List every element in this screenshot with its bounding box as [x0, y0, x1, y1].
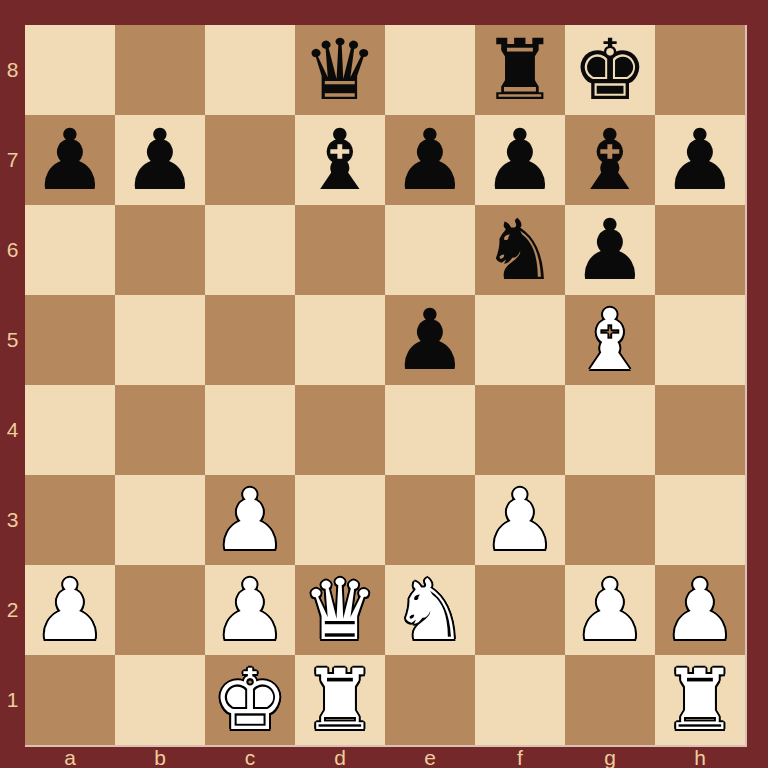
- square-f3[interactable]: ♟: [475, 475, 565, 565]
- square-a7[interactable]: ♟: [25, 115, 115, 205]
- rank-label-2: 2: [0, 565, 25, 655]
- rank-label-4: 4: [0, 385, 25, 475]
- square-g2[interactable]: ♟: [565, 565, 655, 655]
- square-h1[interactable]: ♜: [655, 655, 745, 745]
- square-c1[interactable]: ♚: [205, 655, 295, 745]
- file-label-d: d: [295, 747, 385, 768]
- piece-black-queen-d8[interactable]: ♛: [302, 25, 377, 115]
- square-e7[interactable]: ♟: [385, 115, 475, 205]
- square-c5[interactable]: [205, 295, 295, 385]
- square-a2[interactable]: ♟: [25, 565, 115, 655]
- square-d7[interactable]: ♝: [295, 115, 385, 205]
- square-e1[interactable]: [385, 655, 475, 745]
- file-label-g: g: [565, 747, 655, 768]
- piece-white-rook-h1[interactable]: ♜: [662, 655, 737, 745]
- piece-black-pawn-h7[interactable]: ♟: [662, 115, 737, 205]
- square-d5[interactable]: [295, 295, 385, 385]
- piece-black-bishop-d7[interactable]: ♝: [302, 115, 377, 205]
- piece-black-pawn-e7[interactable]: ♟: [392, 115, 467, 205]
- square-g7[interactable]: ♝: [565, 115, 655, 205]
- square-g3[interactable]: [565, 475, 655, 565]
- square-e3[interactable]: [385, 475, 475, 565]
- piece-black-pawn-a7[interactable]: ♟: [32, 115, 107, 205]
- chess-board: ♛♜♚♟♟♝♟♟♝♟♞♟♟♝♟♟♟♟♛♞♟♟♚♜♜: [25, 25, 747, 747]
- piece-black-knight-f6[interactable]: ♞: [482, 205, 557, 295]
- square-f4[interactable]: [475, 385, 565, 475]
- piece-white-bishop-g5[interactable]: ♝: [572, 295, 647, 385]
- piece-white-queen-d2[interactable]: ♛: [302, 565, 377, 655]
- piece-black-pawn-g6[interactable]: ♟: [572, 205, 647, 295]
- rank-label-7: 7: [0, 115, 25, 205]
- square-g1[interactable]: [565, 655, 655, 745]
- square-d4[interactable]: [295, 385, 385, 475]
- piece-white-knight-e2[interactable]: ♞: [392, 565, 467, 655]
- square-a8[interactable]: [25, 25, 115, 115]
- square-a1[interactable]: [25, 655, 115, 745]
- rank-label-1: 1: [0, 655, 25, 745]
- square-f2[interactable]: [475, 565, 565, 655]
- square-b6[interactable]: [115, 205, 205, 295]
- rank-label-5: 5: [0, 295, 25, 385]
- piece-white-pawn-f3[interactable]: ♟: [482, 475, 557, 565]
- square-a3[interactable]: [25, 475, 115, 565]
- piece-white-pawn-g2[interactable]: ♟: [572, 565, 647, 655]
- piece-white-pawn-c2[interactable]: ♟: [212, 565, 287, 655]
- piece-white-king-c1[interactable]: ♚: [212, 655, 287, 745]
- square-d1[interactable]: ♜: [295, 655, 385, 745]
- square-g4[interactable]: [565, 385, 655, 475]
- square-b4[interactable]: [115, 385, 205, 475]
- file-label-e: e: [385, 747, 475, 768]
- square-d3[interactable]: [295, 475, 385, 565]
- square-c8[interactable]: [205, 25, 295, 115]
- square-b1[interactable]: [115, 655, 205, 745]
- square-h7[interactable]: ♟: [655, 115, 745, 205]
- piece-black-pawn-f7[interactable]: ♟: [482, 115, 557, 205]
- square-c6[interactable]: [205, 205, 295, 295]
- square-f1[interactable]: [475, 655, 565, 745]
- square-h6[interactable]: [655, 205, 745, 295]
- square-b8[interactable]: [115, 25, 205, 115]
- square-b2[interactable]: [115, 565, 205, 655]
- square-b3[interactable]: [115, 475, 205, 565]
- square-h5[interactable]: [655, 295, 745, 385]
- square-f8[interactable]: ♜: [475, 25, 565, 115]
- square-f6[interactable]: ♞: [475, 205, 565, 295]
- square-c4[interactable]: [205, 385, 295, 475]
- piece-white-pawn-h2[interactable]: ♟: [662, 565, 737, 655]
- chess-board-frame: ♛♜♚♟♟♝♟♟♝♟♞♟♟♝♟♟♟♟♛♞♟♟♚♜♜ 87654321 abcde…: [0, 0, 768, 768]
- file-label-f: f: [475, 747, 565, 768]
- square-c2[interactable]: ♟: [205, 565, 295, 655]
- square-c7[interactable]: [205, 115, 295, 205]
- piece-black-rook-f8[interactable]: ♜: [482, 25, 557, 115]
- square-e5[interactable]: ♟: [385, 295, 475, 385]
- piece-black-bishop-g7[interactable]: ♝: [572, 115, 647, 205]
- square-f7[interactable]: ♟: [475, 115, 565, 205]
- square-h2[interactable]: ♟: [655, 565, 745, 655]
- square-h4[interactable]: [655, 385, 745, 475]
- square-d6[interactable]: [295, 205, 385, 295]
- square-c3[interactable]: ♟: [205, 475, 295, 565]
- square-h3[interactable]: [655, 475, 745, 565]
- piece-white-rook-d1[interactable]: ♜: [302, 655, 377, 745]
- rank-label-8: 8: [0, 25, 25, 115]
- file-label-c: c: [205, 747, 295, 768]
- square-a5[interactable]: [25, 295, 115, 385]
- square-h8[interactable]: [655, 25, 745, 115]
- square-d2[interactable]: ♛: [295, 565, 385, 655]
- square-e6[interactable]: [385, 205, 475, 295]
- square-f5[interactable]: [475, 295, 565, 385]
- piece-white-pawn-a2[interactable]: ♟: [32, 565, 107, 655]
- square-g5[interactable]: ♝: [565, 295, 655, 385]
- square-e4[interactable]: [385, 385, 475, 475]
- square-b7[interactable]: ♟: [115, 115, 205, 205]
- square-g8[interactable]: ♚: [565, 25, 655, 115]
- piece-black-pawn-b7[interactable]: ♟: [122, 115, 197, 205]
- square-e2[interactable]: ♞: [385, 565, 475, 655]
- file-label-a: a: [25, 747, 115, 768]
- square-d8[interactable]: ♛: [295, 25, 385, 115]
- square-g6[interactable]: ♟: [565, 205, 655, 295]
- square-e8[interactable]: [385, 25, 475, 115]
- piece-black-pawn-e5[interactable]: ♟: [392, 295, 467, 385]
- square-a6[interactable]: [25, 205, 115, 295]
- square-b5[interactable]: [115, 295, 205, 385]
- file-label-h: h: [655, 747, 745, 768]
- piece-white-pawn-c3[interactable]: ♟: [212, 475, 287, 565]
- file-label-b: b: [115, 747, 205, 768]
- square-a4[interactable]: [25, 385, 115, 475]
- piece-black-king-g8[interactable]: ♚: [572, 25, 647, 115]
- rank-label-6: 6: [0, 205, 25, 295]
- rank-label-3: 3: [0, 475, 25, 565]
